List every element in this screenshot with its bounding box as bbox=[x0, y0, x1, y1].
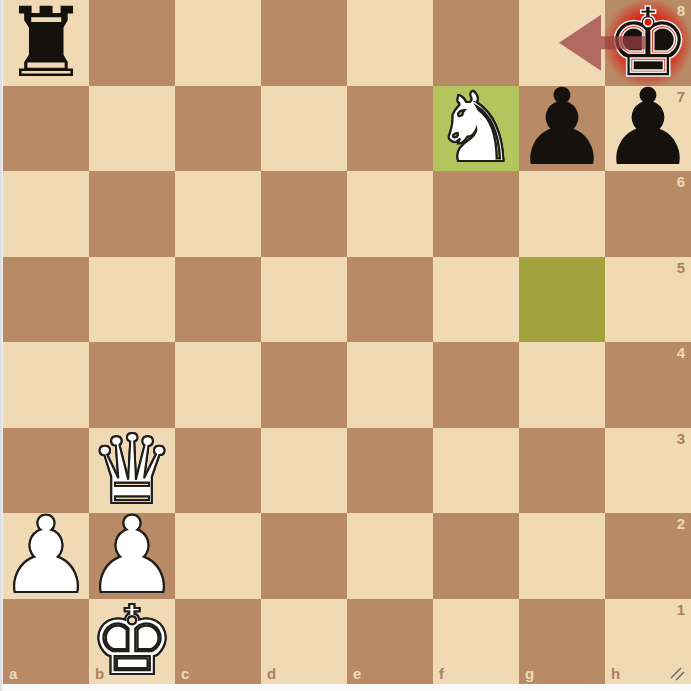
piece-white-knight[interactable]: ♞ bbox=[433, 86, 519, 172]
square-c5[interactable] bbox=[175, 257, 261, 343]
coord-rank-4: 4 bbox=[677, 345, 685, 360]
square-c6[interactable] bbox=[175, 171, 261, 257]
square-g5[interactable] bbox=[519, 257, 605, 343]
square-c2[interactable] bbox=[175, 513, 261, 599]
square-e6[interactable] bbox=[347, 171, 433, 257]
coord-file-g: g bbox=[525, 666, 534, 681]
square-d5[interactable] bbox=[261, 257, 347, 343]
square-d8[interactable] bbox=[261, 0, 347, 86]
square-d6[interactable] bbox=[261, 171, 347, 257]
square-d4[interactable] bbox=[261, 342, 347, 428]
piece-white-pawn[interactable]: ♟ bbox=[3, 513, 89, 599]
coord-file-e: e bbox=[353, 666, 361, 681]
square-d1[interactable]: d bbox=[261, 599, 347, 685]
square-d2[interactable] bbox=[261, 513, 347, 599]
piece-black-pawn[interactable]: ♟ bbox=[519, 86, 605, 172]
square-e8[interactable] bbox=[347, 0, 433, 86]
square-a6[interactable] bbox=[3, 171, 89, 257]
square-h5[interactable]: 5 bbox=[605, 257, 691, 343]
coord-file-c: c bbox=[181, 666, 189, 681]
piece-black-pawn[interactable]: ♟ bbox=[605, 86, 691, 172]
square-f4[interactable] bbox=[433, 342, 519, 428]
square-c1[interactable]: c bbox=[175, 599, 261, 685]
coord-rank-5: 5 bbox=[677, 260, 685, 275]
square-d7[interactable] bbox=[261, 86, 347, 172]
square-g3[interactable] bbox=[519, 428, 605, 514]
coord-file-h: h bbox=[611, 666, 620, 681]
square-a4[interactable] bbox=[3, 342, 89, 428]
chess-board: ♜8♚♞♟7♟654♛3♟♟2ab♚cdefg1h bbox=[3, 0, 691, 684]
square-f2[interactable] bbox=[433, 513, 519, 599]
square-g4[interactable] bbox=[519, 342, 605, 428]
square-h3[interactable]: 3 bbox=[605, 428, 691, 514]
square-d3[interactable] bbox=[261, 428, 347, 514]
square-c4[interactable] bbox=[175, 342, 261, 428]
square-b7[interactable] bbox=[89, 86, 175, 172]
square-a8[interactable]: ♜ bbox=[3, 0, 89, 86]
piece-white-king[interactable]: ♚ bbox=[89, 599, 175, 685]
square-e2[interactable] bbox=[347, 513, 433, 599]
square-a2[interactable]: ♟ bbox=[3, 513, 89, 599]
square-f1[interactable]: f bbox=[433, 599, 519, 685]
square-e5[interactable] bbox=[347, 257, 433, 343]
square-h2[interactable]: 2 bbox=[605, 513, 691, 599]
coord-rank-1: 1 bbox=[677, 602, 685, 617]
square-f3[interactable] bbox=[433, 428, 519, 514]
square-h4[interactable]: 4 bbox=[605, 342, 691, 428]
coord-rank-2: 2 bbox=[677, 516, 685, 531]
square-c7[interactable] bbox=[175, 86, 261, 172]
square-g1[interactable]: g bbox=[519, 599, 605, 685]
square-b8[interactable] bbox=[89, 0, 175, 86]
square-b6[interactable] bbox=[89, 171, 175, 257]
square-b5[interactable] bbox=[89, 257, 175, 343]
square-b1[interactable]: b♚ bbox=[89, 599, 175, 685]
square-g7[interactable]: ♟ bbox=[519, 86, 605, 172]
square-f5[interactable] bbox=[433, 257, 519, 343]
piece-black-rook[interactable]: ♜ bbox=[3, 0, 89, 86]
square-e7[interactable] bbox=[347, 86, 433, 172]
page: ♜8♚♞♟7♟654♛3♟♟2ab♚cdefg1h bbox=[0, 0, 691, 691]
square-g2[interactable] bbox=[519, 513, 605, 599]
square-f7[interactable]: ♞ bbox=[433, 86, 519, 172]
square-c8[interactable] bbox=[175, 0, 261, 86]
coord-file-f: f bbox=[439, 666, 444, 681]
square-h7[interactable]: 7♟ bbox=[605, 86, 691, 172]
coord-file-a: a bbox=[9, 666, 17, 681]
coord-rank-3: 3 bbox=[677, 431, 685, 446]
square-e1[interactable]: e bbox=[347, 599, 433, 685]
square-a5[interactable] bbox=[3, 257, 89, 343]
square-e4[interactable] bbox=[347, 342, 433, 428]
board-resize-handle[interactable] bbox=[667, 663, 687, 683]
square-e3[interactable] bbox=[347, 428, 433, 514]
resize-grip-icon bbox=[667, 663, 687, 683]
square-c3[interactable] bbox=[175, 428, 261, 514]
coord-file-d: d bbox=[267, 666, 276, 681]
